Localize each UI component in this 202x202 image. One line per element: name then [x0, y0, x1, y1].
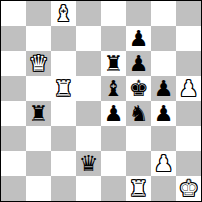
- square-g6[interactable]: [151, 51, 176, 76]
- piece-black-pawn-f7: ♟: [129, 26, 149, 51]
- square-a7[interactable]: [1, 26, 26, 51]
- square-f5[interactable]: ♚: [126, 76, 151, 101]
- square-g3[interactable]: [151, 126, 176, 151]
- square-f6[interactable]: ♟: [126, 51, 151, 76]
- square-h5[interactable]: ♟: [176, 76, 201, 101]
- square-c3[interactable]: [51, 126, 76, 151]
- piece-black-pawn-g4: ♟: [154, 101, 174, 126]
- chessboard-container: ♝♟♛♜♟♜♝♚♟♟♜♟♞♟♛♟♜♚: [0, 0, 202, 202]
- square-f1[interactable]: ♜: [126, 176, 151, 201]
- square-f3[interactable]: [126, 126, 151, 151]
- square-e2[interactable]: [101, 151, 126, 176]
- chessboard: ♝♟♛♜♟♜♝♚♟♟♜♟♞♟♛♟♜♚: [0, 0, 202, 202]
- piece-black-bishop-e5: ♝: [104, 76, 124, 101]
- square-a2[interactable]: [1, 151, 26, 176]
- square-e5[interactable]: ♝: [101, 76, 126, 101]
- piece-white-pawn-g2: ♟: [154, 151, 174, 176]
- square-h8[interactable]: [176, 1, 201, 26]
- square-d1[interactable]: [76, 176, 101, 201]
- square-e1[interactable]: [101, 176, 126, 201]
- square-c8[interactable]: ♝: [51, 1, 76, 26]
- piece-black-knight-f4: ♞: [129, 101, 149, 126]
- square-h2[interactable]: [176, 151, 201, 176]
- square-b8[interactable]: [26, 1, 51, 26]
- square-g1[interactable]: [151, 176, 176, 201]
- square-b7[interactable]: [26, 26, 51, 51]
- piece-white-bishop-c8: ♝: [54, 1, 74, 26]
- square-d4[interactable]: [76, 101, 101, 126]
- square-c5[interactable]: ♜: [51, 76, 76, 101]
- square-f2[interactable]: [126, 151, 151, 176]
- square-b4[interactable]: ♜: [26, 101, 51, 126]
- square-d5[interactable]: [76, 76, 101, 101]
- square-h4[interactable]: [176, 101, 201, 126]
- square-d6[interactable]: [76, 51, 101, 76]
- square-d8[interactable]: [76, 1, 101, 26]
- square-b2[interactable]: [26, 151, 51, 176]
- piece-black-rook-e6: ♜: [104, 51, 124, 76]
- square-e8[interactable]: [101, 1, 126, 26]
- piece-white-rook-c5: ♜: [54, 76, 74, 101]
- piece-white-rook-f1: ♜: [129, 176, 149, 201]
- square-g5[interactable]: ♟: [151, 76, 176, 101]
- square-h6[interactable]: [176, 51, 201, 76]
- square-c1[interactable]: [51, 176, 76, 201]
- piece-black-rook-b4: ♜: [29, 101, 49, 126]
- square-g7[interactable]: [151, 26, 176, 51]
- square-e3[interactable]: [101, 126, 126, 151]
- square-e4[interactable]: ♟: [101, 101, 126, 126]
- square-a1[interactable]: [1, 176, 26, 201]
- square-g4[interactable]: ♟: [151, 101, 176, 126]
- square-b5[interactable]: [26, 76, 51, 101]
- square-g8[interactable]: [151, 1, 176, 26]
- square-c4[interactable]: [51, 101, 76, 126]
- square-a6[interactable]: [1, 51, 26, 76]
- square-d3[interactable]: [76, 126, 101, 151]
- square-d2[interactable]: ♛: [76, 151, 101, 176]
- piece-black-pawn-g5: ♟: [154, 76, 174, 101]
- piece-black-queen-d2: ♛: [79, 151, 99, 176]
- square-d7[interactable]: [76, 26, 101, 51]
- piece-white-queen-b6: ♛: [29, 51, 49, 76]
- square-h3[interactable]: [176, 126, 201, 151]
- square-c2[interactable]: [51, 151, 76, 176]
- square-a8[interactable]: [1, 1, 26, 26]
- square-f7[interactable]: ♟: [126, 26, 151, 51]
- piece-black-pawn-e4: ♟: [104, 101, 124, 126]
- square-a3[interactable]: [1, 126, 26, 151]
- piece-white-pawn-h5: ♟: [179, 76, 199, 101]
- square-e6[interactable]: ♜: [101, 51, 126, 76]
- square-h7[interactable]: [176, 26, 201, 51]
- square-b6[interactable]: ♛: [26, 51, 51, 76]
- square-a4[interactable]: [1, 101, 26, 126]
- piece-black-king-f5: ♚: [129, 76, 149, 101]
- square-f8[interactable]: [126, 1, 151, 26]
- square-b3[interactable]: [26, 126, 51, 151]
- piece-black-pawn-f6: ♟: [129, 51, 149, 76]
- square-e7[interactable]: [101, 26, 126, 51]
- square-b1[interactable]: [26, 176, 51, 201]
- square-h1[interactable]: ♚: [176, 176, 201, 201]
- square-g2[interactable]: ♟: [151, 151, 176, 176]
- square-a5[interactable]: [1, 76, 26, 101]
- piece-white-king-h1: ♚: [179, 176, 199, 201]
- square-c6[interactable]: [51, 51, 76, 76]
- square-f4[interactable]: ♞: [126, 101, 151, 126]
- square-c7[interactable]: [51, 26, 76, 51]
